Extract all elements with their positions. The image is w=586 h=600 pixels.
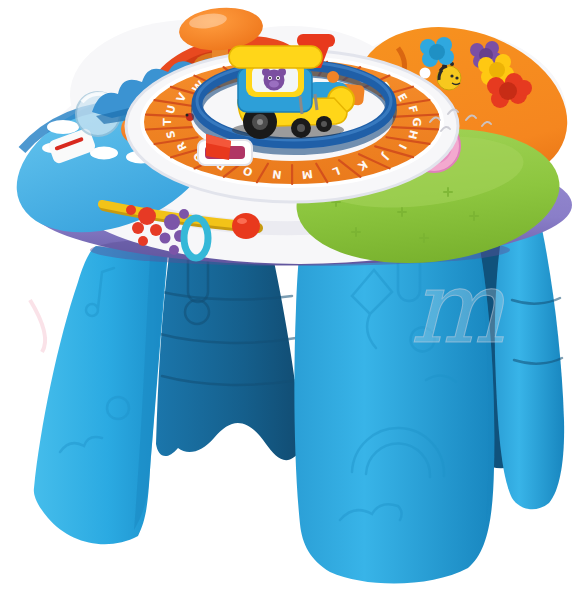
activity-table-illustration: ABCDEFGHIJKLMNOPQRSTUVWXYZ [0, 0, 586, 600]
blue-flower-button [420, 37, 454, 67]
product-photo-scene: ABCDEFGHIJKLMNOPQRSTUVWXYZ [0, 0, 586, 600]
ring-letter: N [272, 167, 283, 181]
train-roof [229, 46, 322, 68]
watermark-text: m [410, 249, 505, 366]
front-left-leg [34, 246, 168, 544]
red-bead-cap [232, 213, 260, 239]
ring-letter: G [410, 117, 423, 126]
back-left-leg [156, 248, 302, 460]
ring-letter: M [301, 167, 313, 181]
ring-letter: T [161, 118, 174, 126]
watermark-fragment [30, 300, 45, 352]
